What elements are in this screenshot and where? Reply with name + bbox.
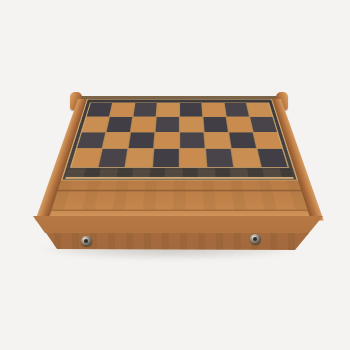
board-square	[203, 117, 228, 132]
board-square	[157, 103, 179, 116]
board-square	[180, 149, 206, 167]
stringing-inlay-line	[65, 177, 293, 179]
board-frame	[61, 99, 298, 180]
board-square	[107, 117, 133, 132]
board-square	[229, 132, 256, 148]
board-square	[205, 132, 231, 148]
board-square	[180, 132, 205, 148]
plank-area	[48, 180, 311, 220]
board-square	[71, 149, 101, 167]
board-square	[225, 103, 249, 116]
board-square	[180, 103, 202, 116]
board-square	[99, 149, 128, 167]
board-square	[82, 117, 109, 132]
board-square	[103, 132, 130, 148]
board-square	[153, 149, 179, 167]
plank-seam	[58, 190, 302, 191]
board-square	[126, 149, 153, 167]
board-square	[131, 117, 156, 132]
board-square	[110, 103, 134, 116]
product-photo	[0, 0, 350, 350]
board-square	[227, 117, 253, 132]
board-square	[129, 132, 155, 148]
board-square	[250, 117, 277, 132]
board-square	[154, 132, 179, 148]
board-square	[180, 117, 203, 132]
board-square	[258, 149, 288, 167]
board-square	[202, 103, 225, 116]
left-drawer-knob	[81, 236, 92, 246]
board-square	[254, 132, 282, 148]
right-drawer-knob	[250, 234, 261, 244]
board-square	[232, 149, 261, 167]
board-square	[77, 132, 105, 148]
board-square	[156, 117, 179, 132]
board-square	[247, 103, 272, 116]
board-square	[206, 149, 233, 167]
checkerboard	[70, 103, 289, 168]
board-square	[87, 103, 112, 116]
board-square	[133, 103, 156, 116]
